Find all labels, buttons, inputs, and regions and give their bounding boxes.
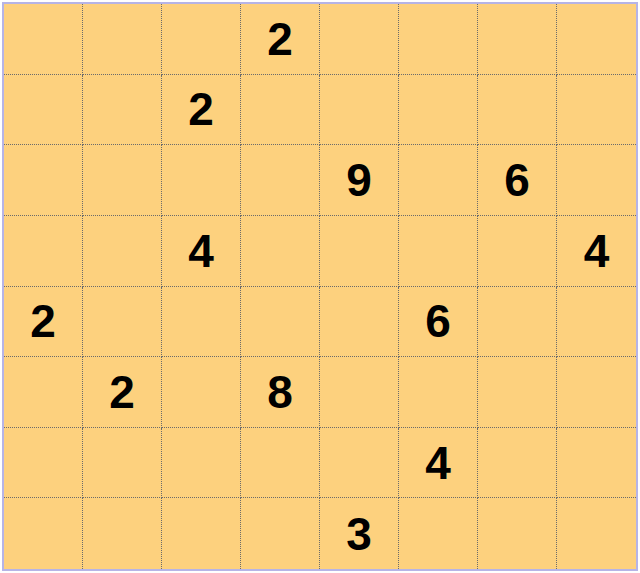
cell-r3c4[interactable] — [241, 145, 320, 216]
cell-r2c6[interactable] — [399, 75, 478, 146]
clue-number: 4 — [188, 228, 214, 274]
cell-r6c5[interactable] — [320, 357, 399, 428]
clue-number: 4 — [425, 440, 451, 486]
cell-r2c5[interactable] — [320, 75, 399, 146]
cell-r3c8[interactable] — [557, 145, 636, 216]
clue-number: 3 — [346, 511, 372, 557]
cell-r7c7[interactable] — [478, 428, 557, 499]
cell-r5c4[interactable] — [241, 287, 320, 358]
cell-r8c8[interactable] — [557, 498, 636, 569]
cell-r6c1[interactable] — [4, 357, 83, 428]
cell-r8c2[interactable] — [83, 498, 162, 569]
cell-r6c7[interactable] — [478, 357, 557, 428]
clue-number: 6 — [504, 157, 530, 203]
cell-r5c1[interactable]: 2 — [4, 287, 83, 358]
cell-r5c5[interactable] — [320, 287, 399, 358]
cell-r6c6[interactable] — [399, 357, 478, 428]
cell-r7c3[interactable] — [162, 428, 241, 499]
cell-r5c3[interactable] — [162, 287, 241, 358]
cell-r5c6[interactable]: 6 — [399, 287, 478, 358]
cell-r5c8[interactable] — [557, 287, 636, 358]
cell-r3c1[interactable] — [4, 145, 83, 216]
cell-r1c7[interactable] — [478, 4, 557, 75]
cell-r4c4[interactable] — [241, 216, 320, 287]
cell-r4c7[interactable] — [478, 216, 557, 287]
cell-r3c5[interactable]: 9 — [320, 145, 399, 216]
cell-r3c3[interactable] — [162, 145, 241, 216]
cell-r1c8[interactable] — [557, 4, 636, 75]
clue-number: 2 — [267, 16, 293, 62]
cell-r6c3[interactable] — [162, 357, 241, 428]
cell-r2c8[interactable] — [557, 75, 636, 146]
cell-r1c1[interactable] — [4, 4, 83, 75]
clue-number: 8 — [267, 369, 293, 415]
cell-r1c4[interactable]: 2 — [241, 4, 320, 75]
cell-r7c2[interactable] — [83, 428, 162, 499]
cell-r8c4[interactable] — [241, 498, 320, 569]
cell-r6c2[interactable]: 2 — [83, 357, 162, 428]
cell-r3c2[interactable] — [83, 145, 162, 216]
clue-number: 4 — [584, 228, 610, 274]
cell-r2c7[interactable] — [478, 75, 557, 146]
cell-r2c2[interactable] — [83, 75, 162, 146]
clue-number: 2 — [188, 86, 214, 132]
clue-number: 2 — [109, 369, 135, 415]
cell-r3c6[interactable] — [399, 145, 478, 216]
cell-r8c7[interactable] — [478, 498, 557, 569]
cell-r1c3[interactable] — [162, 4, 241, 75]
cell-r4c3[interactable]: 4 — [162, 216, 241, 287]
clue-number: 6 — [425, 298, 451, 344]
cell-r4c8[interactable]: 4 — [557, 216, 636, 287]
cell-r3c7[interactable]: 6 — [478, 145, 557, 216]
cell-r2c4[interactable] — [241, 75, 320, 146]
cell-r7c1[interactable] — [4, 428, 83, 499]
cell-r5c7[interactable] — [478, 287, 557, 358]
cell-r8c5[interactable]: 3 — [320, 498, 399, 569]
cell-r7c8[interactable] — [557, 428, 636, 499]
cell-r5c2[interactable] — [83, 287, 162, 358]
cell-r8c6[interactable] — [399, 498, 478, 569]
puzzle-board: 229644262843 — [2, 2, 638, 571]
cell-r1c5[interactable] — [320, 4, 399, 75]
clue-number: 9 — [346, 157, 372, 203]
clue-number: 2 — [30, 298, 56, 344]
cell-r4c6[interactable] — [399, 216, 478, 287]
cell-r8c3[interactable] — [162, 498, 241, 569]
cell-r1c6[interactable] — [399, 4, 478, 75]
cell-r8c1[interactable] — [4, 498, 83, 569]
puzzle-window: 229644262843 — [0, 0, 640, 573]
cell-r4c1[interactable] — [4, 216, 83, 287]
cell-r7c6[interactable]: 4 — [399, 428, 478, 499]
cell-r4c2[interactable] — [83, 216, 162, 287]
cell-r2c1[interactable] — [4, 75, 83, 146]
cell-r1c2[interactable] — [83, 4, 162, 75]
cell-r2c3[interactable]: 2 — [162, 75, 241, 146]
cell-r7c5[interactable] — [320, 428, 399, 499]
cell-r6c8[interactable] — [557, 357, 636, 428]
cell-r7c4[interactable] — [241, 428, 320, 499]
cell-r4c5[interactable] — [320, 216, 399, 287]
cell-r6c4[interactable]: 8 — [241, 357, 320, 428]
